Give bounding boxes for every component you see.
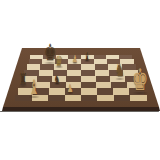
- square-e1: [81, 95, 97, 102]
- chess-set-photo: ♝♚♟♛♞♞♜♚♟♝: [0, 0, 160, 160]
- dark-queen: ♛: [55, 54, 63, 68]
- dark-rook: ♜: [19, 72, 28, 87]
- light-pawn: ♟: [67, 83, 73, 94]
- light-bishop: ♝: [29, 78, 40, 98]
- dark-knight: ♞: [54, 74, 60, 85]
- light-king: ♚: [132, 65, 149, 95]
- square-c1: [48, 95, 64, 102]
- square-f1: [97, 95, 113, 102]
- light-pawn: ♟: [72, 54, 77, 64]
- dark-bishop: ♝: [84, 51, 90, 62]
- square-d1: [65, 95, 81, 102]
- square-g1: [114, 95, 130, 102]
- dark-knight: ♞: [115, 62, 125, 80]
- table-edge-line: [0, 111, 159, 113]
